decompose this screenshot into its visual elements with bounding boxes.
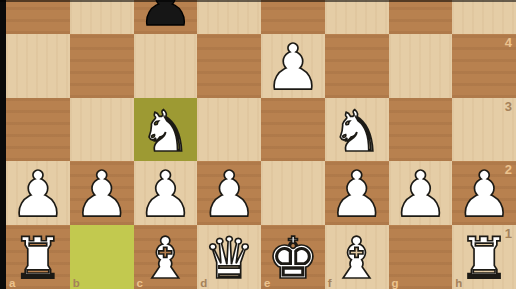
chess-board[interactable]: ♟♟4♞♞3♟♟♟♟♟♟♟2♜ab♝c♛d♚e♝fg♜1h xyxy=(6,0,516,289)
square-g3[interactable] xyxy=(389,98,453,162)
white-king[interactable]: ♚ xyxy=(267,227,318,289)
square-f2[interactable]: ♟ xyxy=(325,161,389,225)
square-g4[interactable] xyxy=(389,34,453,98)
square-e1[interactable]: ♚e xyxy=(261,225,325,289)
chess-board-viewport: ♟♟4♞♞3♟♟♟♟♟♟♟2♜ab♝c♛d♚e♝fg♜1h xyxy=(0,0,516,289)
square-c4[interactable] xyxy=(134,34,198,98)
square-h2[interactable]: ♟2 xyxy=(452,161,516,225)
white-pawn[interactable]: ♟ xyxy=(10,163,66,227)
white-knight[interactable]: ♞ xyxy=(140,100,191,164)
white-pawn[interactable]: ♟ xyxy=(137,163,193,227)
square-d2[interactable]: ♟ xyxy=(197,161,261,225)
white-rook[interactable]: ♜ xyxy=(12,227,63,289)
square-e4[interactable]: ♟ xyxy=(261,34,325,98)
square-a3[interactable] xyxy=(6,98,70,162)
square-c3[interactable]: ♞ xyxy=(134,98,198,162)
letterbox-top-edge xyxy=(0,0,516,2)
white-pawn[interactable]: ♟ xyxy=(456,163,512,227)
square-h5[interactable] xyxy=(452,0,516,34)
white-pawn[interactable]: ♟ xyxy=(201,163,257,227)
square-f4[interactable] xyxy=(325,34,389,98)
square-f1[interactable]: ♝f xyxy=(325,225,389,289)
square-b4[interactable] xyxy=(70,34,134,98)
square-e2[interactable] xyxy=(261,161,325,225)
white-pawn[interactable]: ♟ xyxy=(265,36,321,100)
square-h3[interactable]: 3 xyxy=(452,98,516,162)
square-h4[interactable]: 4 xyxy=(452,34,516,98)
white-pawn[interactable]: ♟ xyxy=(73,163,129,227)
square-f3[interactable]: ♞ xyxy=(325,98,389,162)
white-bishop[interactable]: ♝ xyxy=(140,227,191,289)
square-g1[interactable]: g xyxy=(389,225,453,289)
square-a5[interactable] xyxy=(6,0,70,34)
square-b3[interactable] xyxy=(70,98,134,162)
square-b5[interactable] xyxy=(70,0,134,34)
file-label-g: g xyxy=(392,277,399,289)
square-d5[interactable] xyxy=(197,0,261,34)
white-pawn[interactable]: ♟ xyxy=(328,163,384,227)
square-f5[interactable] xyxy=(325,0,389,34)
square-c1[interactable]: ♝c xyxy=(134,225,198,289)
black-pawn[interactable]: ♟ xyxy=(137,0,193,36)
square-g2[interactable]: ♟ xyxy=(389,161,453,225)
square-h1[interactable]: ♜1h xyxy=(452,225,516,289)
file-label-b: b xyxy=(73,277,80,289)
square-a2[interactable]: ♟ xyxy=(6,161,70,225)
square-e3[interactable] xyxy=(261,98,325,162)
square-c5[interactable]: ♟ xyxy=(134,0,198,34)
white-bishop[interactable]: ♝ xyxy=(331,227,382,289)
white-queen[interactable]: ♛ xyxy=(204,227,255,289)
square-b2[interactable]: ♟ xyxy=(70,161,134,225)
square-a1[interactable]: ♜a xyxy=(6,225,70,289)
rank-label-4: 4 xyxy=(505,35,512,50)
rank-label-3: 3 xyxy=(505,99,512,114)
white-pawn[interactable]: ♟ xyxy=(392,163,448,227)
square-d3[interactable] xyxy=(197,98,261,162)
square-g5[interactable] xyxy=(389,0,453,34)
square-b1[interactable]: b xyxy=(70,225,134,289)
square-e5[interactable] xyxy=(261,0,325,34)
square-d1[interactable]: ♛d xyxy=(197,225,261,289)
white-rook[interactable]: ♜ xyxy=(459,227,510,289)
square-a4[interactable] xyxy=(6,34,70,98)
white-knight[interactable]: ♞ xyxy=(331,100,382,164)
letterbox-left-bar xyxy=(0,0,6,289)
square-d4[interactable] xyxy=(197,34,261,98)
square-c2[interactable]: ♟ xyxy=(134,161,198,225)
